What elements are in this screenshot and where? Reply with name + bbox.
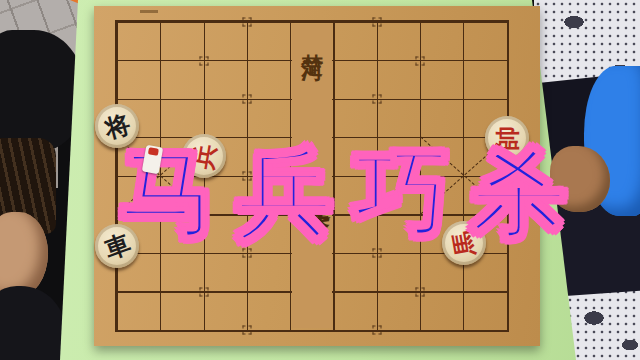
board-brand-mark: [140, 10, 158, 13]
point-marker: [243, 326, 252, 335]
point-marker: [200, 57, 209, 66]
title-char: 马: [120, 144, 215, 252]
point-marker: [416, 57, 425, 66]
point-marker: [373, 95, 382, 104]
title-char: 巧: [354, 144, 449, 252]
video-frame: 楚河 漢界 将 兵 車 馬 帥: [0, 0, 640, 360]
piece-glyph: 将: [102, 111, 133, 142]
left-player-hand: [0, 212, 48, 298]
shadow-bottom-left: [0, 286, 66, 360]
video-title-overlay: 马 兵 巧 杀: [120, 144, 566, 252]
point-marker: [200, 288, 209, 297]
point-marker: [416, 288, 425, 297]
point-marker: [243, 95, 252, 104]
title-char: 杀: [471, 144, 566, 252]
point-marker: [373, 18, 382, 27]
title-char: 兵: [237, 144, 332, 252]
point-marker: [373, 326, 382, 335]
sticker-red-dot: [148, 147, 159, 156]
point-marker: [243, 18, 252, 27]
river-label-chu-he: 楚河: [297, 36, 327, 46]
